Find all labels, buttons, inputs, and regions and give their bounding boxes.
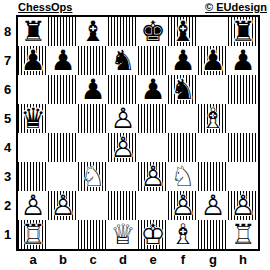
- white-king-icon: ♔: [138, 220, 168, 249]
- square-f1: ♝♗: [168, 220, 198, 249]
- black-bishop-icon: ♝: [78, 17, 108, 46]
- file-label-a: a: [18, 252, 48, 267]
- rank-label-7: 7: [0, 46, 15, 75]
- white-queen-icon: ♕: [108, 220, 138, 249]
- black-pawn-icon: ♟: [168, 46, 198, 75]
- square-g2: ♟♙: [198, 191, 228, 220]
- square-c7: [78, 46, 108, 75]
- white-pawn-fill: ♟: [198, 191, 228, 220]
- rank-label-4: 4: [0, 133, 15, 162]
- square-h1: ♜♖: [228, 220, 258, 249]
- square-c2: [78, 191, 108, 220]
- square-d6: [108, 75, 138, 104]
- square-c8: ♝: [78, 17, 108, 46]
- square-a6: [18, 75, 48, 104]
- square-d8: [108, 17, 138, 46]
- square-a4: [18, 133, 48, 162]
- black-pawn-icon: ♟: [48, 46, 78, 75]
- black-rook-icon: ♜: [228, 17, 258, 46]
- file-label-b: b: [48, 252, 78, 267]
- white-pawn-icon: ♙: [228, 191, 258, 220]
- file-labels: abcdefgh: [18, 252, 258, 267]
- file-label-g: g: [198, 252, 228, 267]
- white-pawn-icon: ♙: [18, 191, 48, 220]
- black-pawn-icon: ♟: [198, 46, 228, 75]
- square-b6: [48, 75, 78, 104]
- square-d5: ♟♙: [108, 104, 138, 133]
- square-a7: ♟: [18, 46, 48, 75]
- square-d4: ♟♙: [108, 133, 138, 162]
- square-b5: [48, 104, 78, 133]
- square-h3: [228, 162, 258, 191]
- black-king-icon: ♚: [138, 17, 168, 46]
- file-label-d: d: [108, 252, 138, 267]
- square-g1: [198, 220, 228, 249]
- app-title[interactable]: ChessOps: [18, 1, 72, 13]
- white-pawn-fill: ♟: [138, 162, 168, 191]
- square-f7: ♟: [168, 46, 198, 75]
- rank-label-1: 1: [0, 220, 15, 249]
- square-e5: [138, 104, 168, 133]
- square-g6: [198, 75, 228, 104]
- square-c4: [78, 133, 108, 162]
- square-h6: [228, 75, 258, 104]
- square-g5: ♝♗: [198, 104, 228, 133]
- file-label-e: e: [138, 252, 168, 267]
- file-label-h: h: [228, 252, 258, 267]
- rank-label-2: 2: [0, 191, 15, 220]
- white-pawn-icon: ♙: [168, 191, 198, 220]
- square-b1: [48, 220, 78, 249]
- square-c3: ♞♘: [78, 162, 108, 191]
- square-c6: ♟: [78, 75, 108, 104]
- square-g7: ♟: [198, 46, 228, 75]
- square-g8: [198, 17, 228, 46]
- white-rook-fill: ♜: [228, 220, 258, 249]
- square-b7: ♟: [48, 46, 78, 75]
- white-bishop-fill: ♝: [168, 220, 198, 249]
- square-f8: ♝: [168, 17, 198, 46]
- white-rook-fill: ♜: [18, 220, 48, 249]
- square-h4: [228, 133, 258, 162]
- square-c1: [78, 220, 108, 249]
- square-d2: [108, 191, 138, 220]
- square-f6: ♞: [168, 75, 198, 104]
- board-grid: ♜♝♚♝♜♟♟♞♟♟♟♟♟♞♛♟♙♝♗♟♙♞♘♟♙♞♘♟♙♟♙♟♙♟♙♟♙♜♖♛…: [18, 17, 258, 249]
- chess-board: ♜♝♚♝♜♟♟♞♟♟♟♟♟♞♛♟♙♝♗♟♙♞♘♟♙♞♘♟♙♟♙♟♙♟♙♟♙♜♖♛…: [16, 15, 260, 251]
- white-pawn-icon: ♙: [48, 191, 78, 220]
- square-e1: ♚♔: [138, 220, 168, 249]
- white-pawn-icon: ♙: [198, 191, 228, 220]
- square-h5: [228, 104, 258, 133]
- square-d7: ♞: [108, 46, 138, 75]
- chessops-diagram: ChessOps © EUdesign 87654321 ♜♝♚♝♜♟♟♞♟♟♟…: [0, 0, 270, 270]
- square-d3: [108, 162, 138, 191]
- square-e7: [138, 46, 168, 75]
- white-king-fill: ♚: [138, 220, 168, 249]
- white-pawn-fill: ♟: [108, 104, 138, 133]
- square-b4: [48, 133, 78, 162]
- white-rook-icon: ♖: [228, 220, 258, 249]
- black-queen-icon: ♛: [18, 104, 48, 133]
- rank-label-5: 5: [0, 104, 15, 133]
- black-pawn-icon: ♟: [18, 46, 48, 75]
- credit-link[interactable]: © EUdesign: [205, 1, 267, 13]
- white-rook-icon: ♖: [18, 220, 48, 249]
- black-knight-icon: ♞: [108, 46, 138, 75]
- square-e6: ♟: [138, 75, 168, 104]
- white-queen-fill: ♛: [108, 220, 138, 249]
- square-a1: ♜♖: [18, 220, 48, 249]
- white-pawn-fill: ♟: [18, 191, 48, 220]
- square-a2: ♟♙: [18, 191, 48, 220]
- square-e4: [138, 133, 168, 162]
- white-pawn-fill: ♟: [108, 133, 138, 162]
- white-pawn-icon: ♙: [138, 162, 168, 191]
- white-bishop-fill: ♝: [198, 104, 228, 133]
- white-bishop-icon: ♗: [168, 220, 198, 249]
- square-b3: [48, 162, 78, 191]
- white-knight-fill: ♞: [78, 162, 108, 191]
- rank-label-6: 6: [0, 75, 15, 104]
- square-c5: [78, 104, 108, 133]
- white-pawn-fill: ♟: [228, 191, 258, 220]
- black-pawn-icon: ♟: [78, 75, 108, 104]
- square-g3: [198, 162, 228, 191]
- white-pawn-icon: ♙: [108, 104, 138, 133]
- file-label-f: f: [168, 252, 198, 267]
- black-pawn-icon: ♟: [228, 46, 258, 75]
- file-label-c: c: [78, 252, 108, 267]
- rank-label-8: 8: [0, 17, 15, 46]
- white-knight-icon: ♘: [168, 162, 198, 191]
- rank-labels: 87654321: [0, 17, 15, 249]
- white-pawn-icon: ♙: [108, 133, 138, 162]
- rank-label-3: 3: [0, 162, 15, 191]
- white-pawn-fill: ♟: [48, 191, 78, 220]
- square-e8: ♚: [138, 17, 168, 46]
- square-b2: ♟♙: [48, 191, 78, 220]
- white-pawn-fill: ♟: [168, 191, 198, 220]
- square-a3: [18, 162, 48, 191]
- square-h7: ♟: [228, 46, 258, 75]
- black-pawn-icon: ♟: [138, 75, 168, 104]
- square-d1: ♛♕: [108, 220, 138, 249]
- white-bishop-icon: ♗: [198, 104, 228, 133]
- square-h2: ♟♙: [228, 191, 258, 220]
- square-f4: [168, 133, 198, 162]
- white-knight-fill: ♞: [168, 162, 198, 191]
- square-f5: [168, 104, 198, 133]
- square-a8: ♜: [18, 17, 48, 46]
- black-knight-icon: ♞: [168, 75, 198, 104]
- black-bishop-icon: ♝: [168, 17, 198, 46]
- white-knight-icon: ♘: [78, 162, 108, 191]
- square-e3: ♟♙: [138, 162, 168, 191]
- square-a5: ♛: [18, 104, 48, 133]
- square-f2: ♟♙: [168, 191, 198, 220]
- square-b8: [48, 17, 78, 46]
- square-e2: [138, 191, 168, 220]
- square-g4: [198, 133, 228, 162]
- square-h8: ♜: [228, 17, 258, 46]
- square-f3: ♞♘: [168, 162, 198, 191]
- black-rook-icon: ♜: [18, 17, 48, 46]
